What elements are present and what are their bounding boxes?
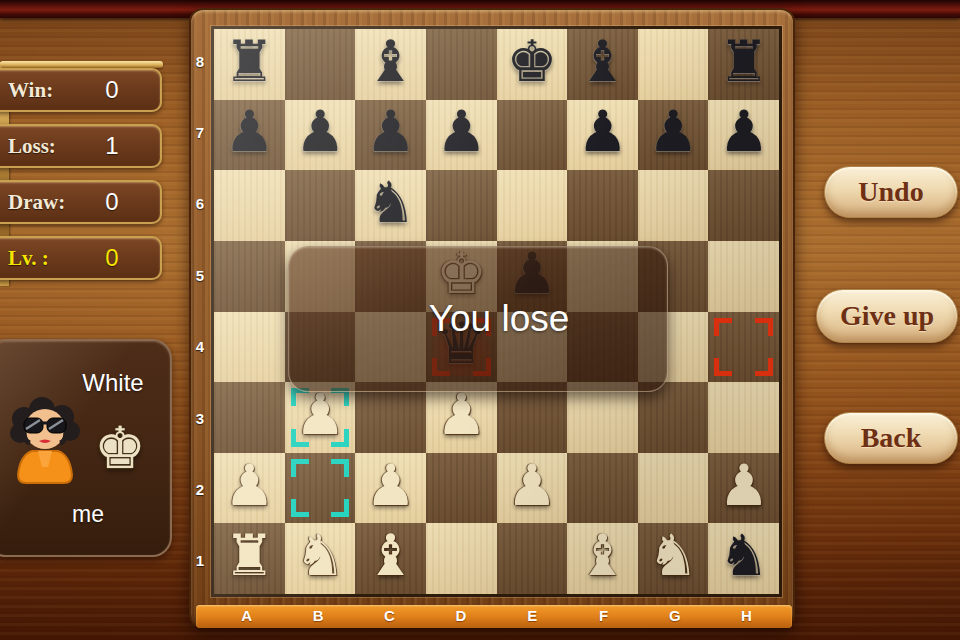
black-pawn-piece: ♟ [285,97,356,168]
file-label-e: E [522,607,542,624]
black-bishop-piece: ♝ [567,26,638,97]
square-e6[interactable] [497,170,568,241]
square-c7[interactable]: ♟ [355,100,426,171]
black-knight-piece: ♞ [708,520,779,591]
white-rook-piece: ♜ [214,520,285,591]
square-g7[interactable]: ♟ [638,100,709,171]
rank-label-8: 8 [190,53,210,70]
square-d2[interactable] [426,453,497,524]
white-bishop-piece: ♝ [567,520,638,591]
black-pawn-piece: ♟ [214,97,285,168]
square-b6[interactable] [285,170,356,241]
square-b1[interactable]: ♞ [285,523,356,594]
file-label-f: F [594,607,614,624]
square-g6[interactable] [638,170,709,241]
chess-app-screen: Win: 0 Loss: 1 Draw: 0 Lv. : 0 White [0,0,960,640]
win-label: Win: [0,78,53,103]
rank-label-7: 7 [190,124,210,141]
file-label-c: C [379,607,399,624]
game-result-message: You lose [0,298,960,340]
square-d3[interactable]: ♟ [426,382,497,453]
black-knight-piece: ♞ [355,167,426,238]
square-e1[interactable] [497,523,568,594]
square-d6[interactable] [426,170,497,241]
black-rook-piece: ♜ [708,26,779,97]
player-side-label: White [58,369,168,397]
stat-row-loss: Loss: 1 [0,124,162,168]
file-label-a: A [237,607,257,624]
square-a8[interactable]: ♜ [214,29,285,100]
square-e7[interactable] [497,100,568,171]
white-pawn-piece: ♟ [708,450,779,521]
square-h6[interactable] [708,170,779,241]
player-card: White ♚ me [0,339,172,557]
black-rook-piece: ♜ [214,26,285,97]
stat-row-draw: Draw: 0 [0,180,162,224]
file-label-d: D [451,607,471,624]
back-button[interactable]: Back [824,412,958,464]
white-pawn-piece: ♟ [497,450,568,521]
white-knight-piece: ♞ [638,520,709,591]
square-g8[interactable] [638,29,709,100]
white-knight-piece: ♞ [285,520,356,591]
square-h1[interactable]: ♞ [708,523,779,594]
square-b3[interactable]: ♟ [285,382,356,453]
rank-label-3: 3 [190,410,210,427]
rank-label-4: 4 [190,338,210,355]
undo-button[interactable]: Undo [824,166,958,218]
square-f1[interactable]: ♝ [567,523,638,594]
square-a7[interactable]: ♟ [214,100,285,171]
square-h8[interactable]: ♜ [708,29,779,100]
black-pawn-piece: ♟ [567,97,638,168]
square-c3[interactable] [355,382,426,453]
square-d7[interactable]: ♟ [426,100,497,171]
teal-bracket-marker [291,388,350,447]
square-e8[interactable]: ♚ [497,29,568,100]
square-b7[interactable]: ♟ [285,100,356,171]
square-e3[interactable] [497,382,568,453]
square-f3[interactable] [567,382,638,453]
rank-label-2: 2 [190,481,210,498]
level-value: 0 [84,244,140,272]
black-pawn-piece: ♟ [708,97,779,168]
square-f2[interactable] [567,453,638,524]
rank-label-6: 6 [190,195,210,212]
draw-value: 0 [84,188,140,216]
square-g1[interactable]: ♞ [638,523,709,594]
draw-label: Draw: [0,190,65,215]
rank-label-1: 1 [190,552,210,569]
teal-bracket-marker [291,459,350,518]
stats-gold-band [0,61,163,68]
square-d8[interactable] [426,29,497,100]
file-label-strip: ABCDEFGH [196,605,792,628]
black-pawn-piece: ♟ [355,97,426,168]
stat-row-win: Win: 0 [0,68,162,112]
black-king-piece: ♚ [497,26,568,97]
black-bishop-piece: ♝ [355,26,426,97]
black-pawn-piece: ♟ [638,97,709,168]
square-h7[interactable]: ♟ [708,100,779,171]
loss-label: Loss: [0,134,56,159]
square-f6[interactable] [567,170,638,241]
square-f7[interactable]: ♟ [567,100,638,171]
square-c6[interactable]: ♞ [355,170,426,241]
file-label-g: G [665,607,685,624]
stat-row-level: Lv. : 0 [0,236,162,280]
file-label-b: B [308,607,328,624]
square-c2[interactable]: ♟ [355,453,426,524]
square-a3[interactable] [214,382,285,453]
file-label-h: H [736,607,756,624]
player-name: me [38,501,138,528]
rank-label-5: 5 [190,267,210,284]
square-a2[interactable]: ♟ [214,453,285,524]
square-c8[interactable]: ♝ [355,29,426,100]
white-bishop-piece: ♝ [355,520,426,591]
square-a6[interactable] [214,170,285,241]
level-label: Lv. : [0,246,49,271]
black-pawn-piece: ♟ [426,97,497,168]
square-h3[interactable] [708,382,779,453]
square-a1[interactable]: ♜ [214,523,285,594]
white-pawn-piece: ♟ [355,450,426,521]
square-d1[interactable] [426,523,497,594]
square-g2[interactable] [638,453,709,524]
square-b2[interactable] [285,453,356,524]
square-b8[interactable] [285,29,356,100]
win-value: 0 [84,76,140,104]
square-c1[interactable]: ♝ [355,523,426,594]
white-king-icon: ♚ [90,409,150,487]
square-e2[interactable]: ♟ [497,453,568,524]
woman-sunglasses-avatar [8,397,82,485]
square-f8[interactable]: ♝ [567,29,638,100]
white-pawn-piece: ♟ [214,450,285,521]
loss-value: 1 [84,132,140,160]
square-h2[interactable]: ♟ [708,453,779,524]
square-g3[interactable] [638,382,709,453]
